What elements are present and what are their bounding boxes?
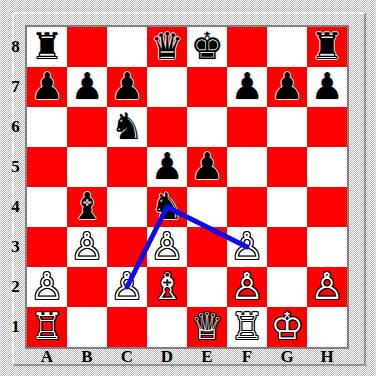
piece-white-king[interactable]: ♔ [270, 307, 303, 347]
square-g3[interactable] [267, 227, 307, 267]
square-e6[interactable] [187, 107, 227, 147]
square-h3[interactable] [307, 227, 347, 267]
piece-black-rook[interactable]: ♜ [30, 27, 63, 67]
piece-white-bishop[interactable]: ♗ [150, 267, 183, 307]
square-b7[interactable]: ♟ [67, 67, 107, 107]
square-a8[interactable]: ♜ [27, 27, 67, 67]
file-label: G [267, 348, 307, 365]
rank-label: 6 [7, 107, 24, 147]
piece-white-rook[interactable]: ♖ [230, 307, 263, 347]
piece-white-pawn[interactable]: ♙ [310, 267, 343, 307]
square-a2[interactable]: ♙ [27, 267, 67, 307]
square-b1[interactable] [67, 307, 107, 347]
square-c1[interactable] [107, 307, 147, 347]
rank-label: 3 [7, 227, 24, 267]
square-h6[interactable] [307, 107, 347, 147]
piece-white-queen[interactable]: ♕ [190, 307, 223, 347]
piece-white-pawn[interactable]: ♙ [230, 267, 263, 307]
square-g4[interactable] [267, 187, 307, 227]
square-e4[interactable] [187, 187, 227, 227]
square-d3[interactable]: ♙ [147, 227, 187, 267]
file-labels: ABCDEFGH [27, 348, 347, 365]
square-b3[interactable]: ♙ [67, 227, 107, 267]
square-c3[interactable] [107, 227, 147, 267]
square-d5[interactable]: ♟ [147, 147, 187, 187]
square-f2[interactable]: ♙ [227, 267, 267, 307]
square-d2[interactable]: ♗ [147, 267, 187, 307]
square-g2[interactable] [267, 267, 307, 307]
square-b2[interactable] [67, 267, 107, 307]
file-label: A [27, 348, 67, 365]
piece-black-knight[interactable]: ♞ [150, 187, 183, 227]
file-label: B [67, 348, 107, 365]
square-c4[interactable] [107, 187, 147, 227]
file-label: D [147, 348, 187, 365]
square-f3[interactable]: ♙ [227, 227, 267, 267]
rank-labels: 87654321 [7, 27, 24, 347]
piece-white-pawn[interactable]: ♙ [30, 267, 63, 307]
square-e2[interactable] [187, 267, 227, 307]
square-c7[interactable]: ♟ [107, 67, 147, 107]
square-h7[interactable]: ♟ [307, 67, 347, 107]
file-label: C [107, 348, 147, 365]
file-label: E [187, 348, 227, 365]
square-b6[interactable] [67, 107, 107, 147]
square-c5[interactable] [107, 147, 147, 187]
square-h8[interactable]: ♜ [307, 27, 347, 67]
square-d7[interactable] [147, 67, 187, 107]
square-a7[interactable]: ♟ [27, 67, 67, 107]
square-e5[interactable]: ♟ [187, 147, 227, 187]
square-h4[interactable] [307, 187, 347, 227]
square-g1[interactable]: ♔ [267, 307, 307, 347]
square-h2[interactable]: ♙ [307, 267, 347, 307]
square-d1[interactable] [147, 307, 187, 347]
piece-white-pawn[interactable]: ♙ [70, 227, 103, 267]
square-f6[interactable] [227, 107, 267, 147]
piece-black-pawn[interactable]: ♟ [270, 67, 303, 107]
square-h5[interactable] [307, 147, 347, 187]
square-g8[interactable] [267, 27, 307, 67]
piece-black-pawn[interactable]: ♟ [150, 147, 183, 187]
piece-black-pawn[interactable]: ♟ [310, 67, 343, 107]
square-f4[interactable] [227, 187, 267, 227]
rank-label: 7 [7, 67, 24, 107]
square-c6[interactable]: ♞ [107, 107, 147, 147]
square-e1[interactable]: ♕ [187, 307, 227, 347]
piece-black-pawn[interactable]: ♟ [230, 67, 263, 107]
piece-black-knight[interactable]: ♞ [110, 107, 143, 147]
square-a4[interactable] [27, 187, 67, 227]
square-f1[interactable]: ♖ [227, 307, 267, 347]
piece-black-pawn[interactable]: ♟ [30, 67, 63, 107]
piece-black-pawn[interactable]: ♟ [110, 67, 143, 107]
square-g6[interactable] [267, 107, 307, 147]
piece-black-king[interactable]: ♚ [190, 27, 223, 67]
piece-white-rook[interactable]: ♖ [30, 307, 63, 347]
piece-black-queen[interactable]: ♛ [150, 27, 183, 67]
chess-board[interactable]: ♜♛♚♜♟♟♟♟♟♟♞♟♟♝♞♙♙♙♙♙♗♙♙♖♕♖♔ [25, 25, 349, 349]
rank-label: 1 [7, 307, 24, 347]
piece-white-pawn[interactable]: ♙ [150, 227, 183, 267]
square-f7[interactable]: ♟ [227, 67, 267, 107]
file-label: F [227, 348, 267, 365]
piece-black-rook[interactable]: ♜ [310, 27, 343, 67]
piece-black-pawn[interactable]: ♟ [70, 67, 103, 107]
square-d6[interactable] [147, 107, 187, 147]
square-a1[interactable]: ♖ [27, 307, 67, 347]
file-label: H [307, 348, 347, 365]
piece-black-bishop[interactable]: ♝ [70, 187, 103, 227]
square-a6[interactable] [27, 107, 67, 147]
square-f8[interactable] [227, 27, 267, 67]
square-c2[interactable]: ♙ [107, 267, 147, 307]
square-b4[interactable]: ♝ [67, 187, 107, 227]
square-e7[interactable] [187, 67, 227, 107]
rank-label: 4 [7, 187, 24, 227]
rank-label: 8 [7, 27, 24, 67]
square-h1[interactable] [307, 307, 347, 347]
square-c8[interactable] [107, 27, 147, 67]
square-b8[interactable] [67, 27, 107, 67]
piece-white-pawn[interactable]: ♙ [230, 227, 263, 267]
square-e8[interactable]: ♚ [187, 27, 227, 67]
square-a5[interactable] [27, 147, 67, 187]
square-f5[interactable] [227, 147, 267, 187]
square-d4[interactable]: ♞ [147, 187, 187, 227]
square-a3[interactable] [27, 227, 67, 267]
rank-label: 5 [7, 147, 24, 187]
rank-label: 2 [7, 267, 24, 307]
square-b5[interactable] [67, 147, 107, 187]
square-g7[interactable]: ♟ [267, 67, 307, 107]
piece-white-pawn[interactable]: ♙ [110, 267, 143, 307]
square-g5[interactable] [267, 147, 307, 187]
square-e3[interactable] [187, 227, 227, 267]
piece-black-pawn[interactable]: ♟ [190, 147, 223, 187]
square-d8[interactable]: ♛ [147, 27, 187, 67]
